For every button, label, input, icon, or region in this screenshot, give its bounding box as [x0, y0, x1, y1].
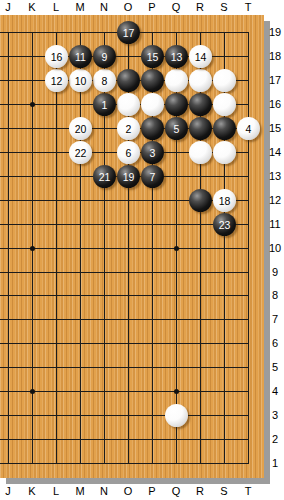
top-coord-P: P	[140, 0, 164, 15]
top-coord-K: K	[20, 0, 44, 15]
move-number: 9	[102, 51, 108, 63]
right-coord-10: 10	[266, 241, 284, 256]
stone-white-R14[interactable]	[189, 141, 212, 164]
move-number: 15	[147, 51, 159, 63]
move-number: 6	[126, 147, 132, 159]
move-number: 1	[102, 99, 108, 111]
stone-black-Q16[interactable]	[165, 93, 188, 116]
right-coord-19: 19	[266, 25, 284, 40]
move-number: 13	[171, 51, 183, 63]
go-diagram: JKLMNOPQRSTJKLMNOPQRST191817161514131211…	[0, 0, 284, 500]
stone-white-22-M14[interactable]: 22	[69, 141, 92, 164]
right-coord-15: 15	[266, 121, 284, 136]
stone-white-R17[interactable]	[189, 69, 212, 92]
move-number: 22	[75, 147, 87, 159]
stone-black-11-M18[interactable]: 11	[69, 45, 92, 68]
right-coord-16: 16	[266, 97, 284, 112]
stone-black-19-O13[interactable]: 19	[117, 165, 140, 188]
bottom-coord-N: N	[92, 484, 116, 500]
move-number: 14	[195, 51, 207, 63]
move-number: 8	[102, 75, 108, 87]
right-coord-5: 5	[266, 360, 284, 375]
top-coord-M: M	[68, 0, 92, 15]
stone-black-O17[interactable]	[117, 69, 140, 92]
stone-black-R16[interactable]	[189, 93, 212, 116]
move-number: 20	[75, 123, 87, 135]
move-number: 18	[219, 195, 231, 207]
stone-white-S16[interactable]	[213, 93, 236, 116]
stone-white-12-L17[interactable]: 12	[45, 69, 68, 92]
top-coord-T: T	[236, 0, 260, 15]
move-number: 4	[246, 123, 252, 135]
stone-white-S14[interactable]	[213, 141, 236, 164]
stone-black-21-N13[interactable]: 21	[93, 165, 116, 188]
stone-white-2-O15[interactable]: 2	[117, 117, 140, 140]
move-number: 19	[123, 171, 135, 183]
stone-white-8-N17[interactable]: 8	[93, 69, 116, 92]
bottom-coord-L: L	[44, 484, 68, 500]
move-number: 2	[126, 123, 132, 135]
stone-white-20-M15[interactable]: 20	[69, 117, 92, 140]
bottom-coord-J: J	[0, 484, 20, 500]
right-coord-14: 14	[266, 145, 284, 160]
top-coord-S: S	[212, 0, 236, 15]
right-coord-2: 2	[266, 432, 284, 447]
stone-white-P16[interactable]	[141, 93, 164, 116]
stone-white-18-S12[interactable]: 18	[213, 189, 236, 212]
stone-black-13-Q18[interactable]: 13	[165, 45, 188, 68]
move-number: 5	[174, 123, 180, 135]
stone-black-17-O19[interactable]: 17	[117, 21, 140, 44]
top-coord-J: J	[0, 0, 20, 15]
stone-black-3-P14[interactable]: 3	[141, 141, 164, 164]
stone-white-10-M17[interactable]: 10	[69, 69, 92, 92]
right-coord-9: 9	[266, 265, 284, 280]
move-number: 11	[75, 51, 86, 63]
bottom-coord-O: O	[116, 484, 140, 500]
stone-black-R12[interactable]	[189, 189, 212, 212]
top-coord-R: R	[188, 0, 212, 15]
bottom-coord-Q: Q	[164, 484, 188, 500]
right-coord-17: 17	[266, 73, 284, 88]
stone-white-S17[interactable]	[213, 69, 236, 92]
right-coord-4: 4	[266, 384, 284, 399]
bottom-coord-T: T	[236, 484, 260, 500]
stone-black-15-P18[interactable]: 15	[141, 45, 164, 68]
stone-black-5-Q15[interactable]: 5	[165, 117, 188, 140]
bottom-coord-S: S	[212, 484, 236, 500]
stone-black-R15[interactable]	[189, 117, 212, 140]
right-coord-13: 13	[266, 169, 284, 184]
move-number: 10	[75, 75, 87, 87]
top-coord-L: L	[44, 0, 68, 15]
stone-black-P15[interactable]	[141, 117, 164, 140]
bottom-coord-K: K	[20, 484, 44, 500]
stone-white-6-O14[interactable]: 6	[117, 141, 140, 164]
right-coord-12: 12	[266, 193, 284, 208]
stone-white-16-L18[interactable]: 16	[45, 45, 68, 68]
stone-white-14-R18[interactable]: 14	[189, 45, 212, 68]
right-coord-3: 3	[266, 408, 284, 423]
bottom-coord-R: R	[188, 484, 212, 500]
right-coord-8: 8	[266, 288, 284, 303]
stone-black-P17[interactable]	[141, 69, 164, 92]
right-coord-7: 7	[266, 312, 284, 327]
move-number: 3	[150, 147, 156, 159]
bottom-coord-P: P	[140, 484, 164, 500]
stone-white-O16[interactable]	[117, 93, 140, 116]
right-coord-11: 11	[266, 217, 284, 232]
move-number: 12	[51, 75, 63, 87]
top-coord-O: O	[116, 0, 140, 15]
move-number: 16	[51, 51, 63, 63]
top-coord-N: N	[92, 0, 116, 15]
move-number: 17	[123, 27, 135, 39]
right-coord-6: 6	[266, 336, 284, 351]
stone-black-7-P13[interactable]: 7	[141, 165, 164, 188]
right-coord-1: 1	[266, 456, 284, 471]
stone-white-4-T15[interactable]: 4	[237, 117, 260, 140]
move-number: 23	[219, 219, 231, 231]
stone-black-23-S11[interactable]: 23	[213, 213, 236, 236]
stone-white-Q3[interactable]	[165, 404, 188, 427]
stone-black-S15[interactable]	[213, 117, 236, 140]
stone-white-Q17[interactable]	[165, 69, 188, 92]
move-number: 21	[99, 171, 111, 183]
bottom-coord-M: M	[68, 484, 92, 500]
right-coord-18: 18	[266, 49, 284, 64]
stone-black-1-N16[interactable]: 1	[93, 93, 116, 116]
stone-black-9-N18[interactable]: 9	[93, 45, 116, 68]
move-number: 7	[150, 171, 156, 183]
top-coord-Q: Q	[164, 0, 188, 15]
